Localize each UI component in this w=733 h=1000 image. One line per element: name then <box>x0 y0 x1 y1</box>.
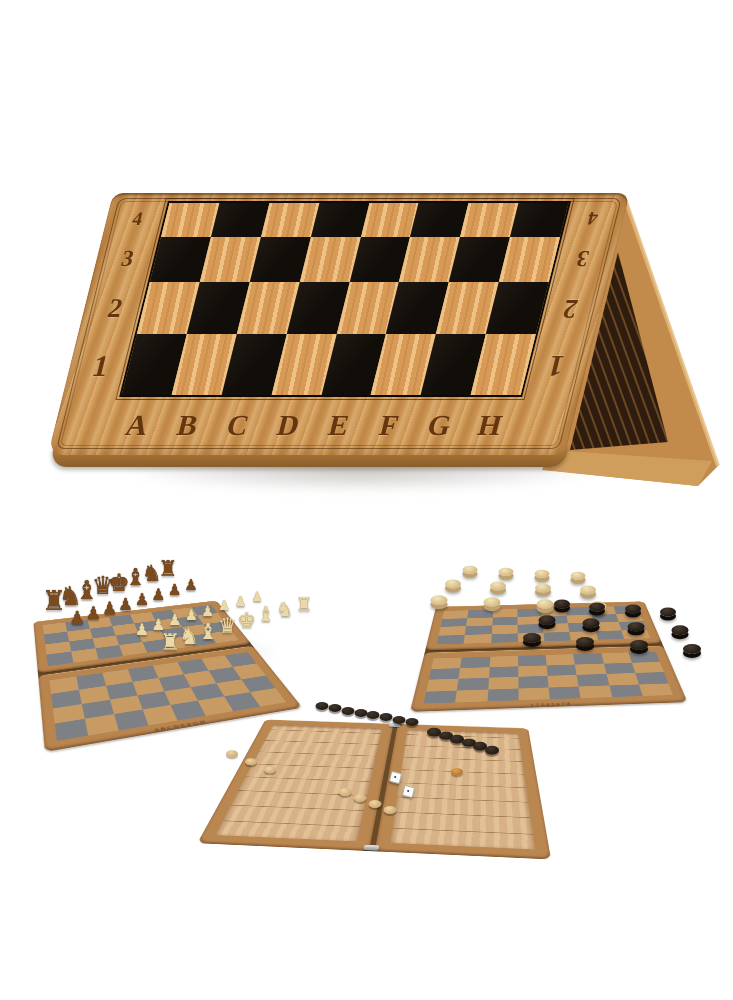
chess-piece: ♜ <box>42 587 66 614</box>
backgammon-checker <box>316 702 329 710</box>
square-e4 <box>360 203 418 237</box>
checkers-man <box>463 566 478 574</box>
chess-piece: ♟ <box>135 622 149 638</box>
chess-piece: ♟ <box>235 595 247 608</box>
file-label-c: C <box>224 411 252 440</box>
checkers-man <box>672 625 689 635</box>
rank-label-4: 4 <box>565 201 620 236</box>
checkers-man <box>683 644 701 654</box>
chess-piece: ♝ <box>257 605 275 625</box>
chessboard-grid <box>119 201 571 397</box>
backgammon-checker <box>354 794 367 802</box>
file-label-d: D <box>274 411 302 440</box>
file-label-g: G <box>425 411 455 440</box>
square-d4 <box>311 203 369 237</box>
backgammon-set-photo <box>192 680 542 865</box>
checkers-man <box>535 584 551 593</box>
square-g4 <box>460 203 518 237</box>
file-label-a: A <box>123 411 151 440</box>
checkers-man <box>484 597 501 607</box>
checkers-man <box>554 600 570 609</box>
chessboard-face: 4321 4321 ABCDEFGH <box>48 193 630 455</box>
backgammon-checker <box>369 800 382 808</box>
chess-piece: ♟ <box>135 592 150 608</box>
chess-piece: ♟ <box>102 601 117 618</box>
checkers-man <box>431 595 448 605</box>
rank-label-3: 3 <box>99 236 156 281</box>
checkers-man <box>490 582 506 591</box>
backgammon-checker <box>245 758 257 765</box>
checkers-man <box>625 605 641 614</box>
die <box>389 771 402 784</box>
checkers-man <box>576 637 594 647</box>
backgammon-checker <box>339 788 352 796</box>
backgammon-checker <box>393 716 406 724</box>
checkers-man <box>660 608 676 617</box>
checkers-man <box>571 572 586 580</box>
backgammon-pieces-layer <box>192 680 542 865</box>
chess-piece: ♟ <box>168 583 182 598</box>
checkers-man <box>583 619 600 629</box>
file-label-f: F <box>377 411 402 440</box>
backgammon-checker <box>451 768 463 775</box>
chess-piece: ♟ <box>85 605 101 623</box>
file-label-h: H <box>475 411 505 440</box>
square-h3 <box>499 237 560 281</box>
backgammon-checker <box>380 713 393 721</box>
checkers-man <box>539 615 556 625</box>
chess-piece: ♟ <box>184 578 197 593</box>
square-h4 <box>510 203 568 237</box>
file-label-e: E <box>326 411 353 440</box>
square-a4 <box>161 203 219 237</box>
checkers-man <box>537 599 554 609</box>
checkers-man <box>589 602 605 611</box>
file-label-b: B <box>174 411 201 440</box>
backgammon-checker <box>264 766 276 773</box>
chess-piece: ♟ <box>151 587 165 603</box>
checkers-man <box>627 622 644 632</box>
chess-piece: ♞ <box>276 600 294 620</box>
chess-piece: ♜ <box>160 631 181 654</box>
chess-piece: ♟ <box>69 609 85 627</box>
rank-label-2: 2 <box>541 281 600 335</box>
small-square <box>55 719 88 741</box>
folded-chessboard: 4321 4321 ABCDEFGH <box>43 193 630 473</box>
checkers-man <box>535 570 550 578</box>
rank-label-3: 3 <box>554 236 611 281</box>
backgammon-checker <box>328 704 341 712</box>
backgammon-checker <box>485 746 499 755</box>
file-labels: ABCDEFGH <box>106 399 522 451</box>
backgammon-checker <box>406 718 419 726</box>
chess-piece: ♟ <box>251 590 263 603</box>
chess-piece: ♛ <box>218 615 237 636</box>
rank-label-4: 4 <box>110 201 165 236</box>
checkers-man <box>445 580 461 589</box>
die <box>402 785 415 798</box>
product-photo: 4321 4321 ABCDEFGH A B C D E F G H ♜♞♝♛♚… <box>0 0 733 1000</box>
chess-piece: ♟ <box>218 599 230 613</box>
square-c4 <box>261 203 319 237</box>
chess-piece: ♟ <box>185 608 198 623</box>
chess-piece: ♟ <box>118 596 133 613</box>
square-b4 <box>211 203 269 237</box>
backgammon-checker <box>384 806 397 814</box>
checkers-man <box>580 586 596 595</box>
chess-piece: ♚ <box>237 610 256 631</box>
backgammon-checker <box>226 750 238 757</box>
checkers-man <box>523 633 541 643</box>
chess-piece: ♜ <box>295 595 312 614</box>
backgammon-checker <box>341 707 354 715</box>
checkers-man <box>499 568 514 576</box>
checkers-man <box>630 640 648 650</box>
small-square <box>85 714 119 735</box>
chess-piece: ♞ <box>179 626 199 648</box>
chess-piece: ♝ <box>198 620 218 642</box>
chess-piece: ♟ <box>201 604 214 618</box>
backgammon-checker <box>367 711 380 719</box>
square-f4 <box>410 203 468 237</box>
backgammon-checker <box>354 709 367 717</box>
